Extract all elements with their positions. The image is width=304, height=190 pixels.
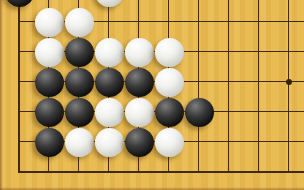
intersection-E6[interactable] <box>124 7 154 37</box>
intersection-G4[interactable] <box>184 67 214 97</box>
intersection-C1[interactable] <box>64 157 94 187</box>
intersection-A7[interactable] <box>4 0 34 7</box>
intersection-D4[interactable] <box>94 67 124 97</box>
intersection-A3[interactable] <box>4 97 34 127</box>
intersection-B2[interactable] <box>34 127 64 157</box>
intersection-D3[interactable] <box>94 97 124 127</box>
board-left-edge-shading <box>0 0 3 190</box>
intersection-E5[interactable] <box>124 37 154 67</box>
intersection-K6[interactable] <box>274 7 304 37</box>
intersection-D5[interactable] <box>94 37 124 67</box>
intersection-E7[interactable] <box>124 0 154 7</box>
intersection-H7[interactable] <box>214 0 244 7</box>
intersection-D6[interactable] <box>94 7 124 37</box>
intersection-C2[interactable] <box>64 127 94 157</box>
intersection-J3[interactable] <box>244 97 274 127</box>
intersection-J7[interactable] <box>244 0 274 7</box>
intersection-K5[interactable] <box>274 37 304 67</box>
intersection-K3[interactable] <box>274 97 304 127</box>
intersection-H4[interactable] <box>214 67 244 97</box>
intersection-E1[interactable] <box>124 157 154 187</box>
intersection-E3[interactable] <box>124 97 154 127</box>
intersection-H1[interactable] <box>214 157 244 187</box>
intersection-H2[interactable] <box>214 127 244 157</box>
intersection-J5[interactable] <box>244 37 274 67</box>
intersection-J2[interactable] <box>244 127 274 157</box>
intersection-G1[interactable] <box>184 157 214 187</box>
intersection-G3[interactable] <box>184 97 214 127</box>
intersection-F7[interactable] <box>154 0 184 7</box>
intersection-C4[interactable] <box>64 67 94 97</box>
intersection-K2[interactable] <box>274 127 304 157</box>
intersection-C7[interactable] <box>64 0 94 7</box>
intersection-A2[interactable] <box>4 127 34 157</box>
board-grid <box>4 0 304 187</box>
intersection-D2[interactable] <box>94 127 124 157</box>
intersection-B6[interactable] <box>34 7 64 37</box>
intersection-E4[interactable] <box>124 67 154 97</box>
intersection-J6[interactable] <box>244 7 274 37</box>
intersection-G5[interactable] <box>184 37 214 67</box>
intersection-J1[interactable] <box>244 157 274 187</box>
go-board <box>0 0 304 190</box>
intersection-A5[interactable] <box>4 37 34 67</box>
intersection-D1[interactable] <box>94 157 124 187</box>
intersection-F3[interactable] <box>154 97 184 127</box>
intersection-H6[interactable] <box>214 7 244 37</box>
intersection-B4[interactable] <box>34 67 64 97</box>
intersection-A6[interactable] <box>4 7 34 37</box>
intersection-G7[interactable] <box>184 0 214 7</box>
board-bottom-edge-shading <box>0 187 304 190</box>
intersection-F4[interactable] <box>154 67 184 97</box>
intersection-F2[interactable] <box>154 127 184 157</box>
intersection-F6[interactable] <box>154 7 184 37</box>
intersection-G2[interactable] <box>184 127 214 157</box>
intersection-B7[interactable] <box>34 0 64 7</box>
intersection-J4[interactable] <box>244 67 274 97</box>
intersection-C5[interactable] <box>64 37 94 67</box>
intersection-F1[interactable] <box>154 157 184 187</box>
intersection-K4[interactable] <box>274 67 304 97</box>
intersection-H3[interactable] <box>214 97 244 127</box>
intersection-B3[interactable] <box>34 97 64 127</box>
intersection-G6[interactable] <box>184 7 214 37</box>
intersection-K1[interactable] <box>274 157 304 187</box>
intersection-F5[interactable] <box>154 37 184 67</box>
intersection-C3[interactable] <box>64 97 94 127</box>
intersection-E2[interactable] <box>124 127 154 157</box>
intersection-C6[interactable] <box>64 7 94 37</box>
intersection-A1[interactable] <box>4 157 34 187</box>
intersection-A4[interactable] <box>4 67 34 97</box>
intersection-H5[interactable] <box>214 37 244 67</box>
intersection-B1[interactable] <box>34 157 64 187</box>
intersection-B5[interactable] <box>34 37 64 67</box>
intersection-K7[interactable] <box>274 0 304 7</box>
intersection-D7[interactable] <box>94 0 124 7</box>
